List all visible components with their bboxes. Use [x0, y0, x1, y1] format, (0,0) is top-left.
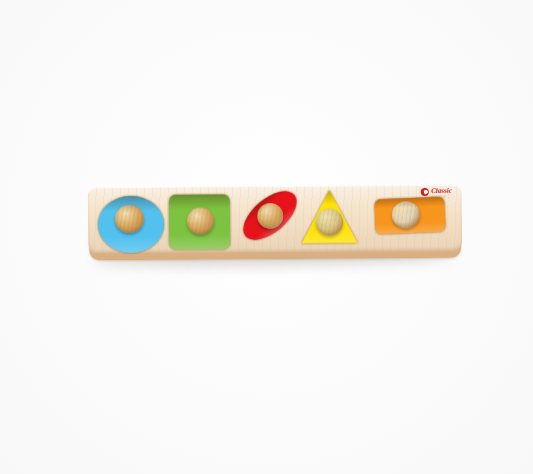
piece-triangle-yellow[interactable]	[301, 190, 357, 243]
knob-triangle-piece[interactable]	[316, 208, 343, 235]
piece-rectangle-orange[interactable]	[374, 196, 445, 234]
piece-circle-blue[interactable]	[97, 195, 163, 252]
knob-square-piece[interactable]	[186, 207, 213, 234]
knob-rectangle-piece[interactable]	[391, 200, 420, 228]
knob-oval-piece[interactable]	[257, 202, 283, 228]
slot-oval	[233, 186, 305, 253]
knob-circle-piece[interactable]	[115, 205, 144, 233]
hole-circle	[97, 191, 163, 248]
piece-oval-red[interactable]	[235, 182, 305, 249]
slot-circle	[88, 187, 173, 254]
puzzle-board: Classic world	[88, 185, 463, 261]
puzzle-slots-grid	[88, 185, 462, 254]
slot-rectangle	[360, 185, 462, 252]
hole-triangle	[304, 192, 360, 245]
slot-triangle	[305, 185, 360, 251]
hole-rectangle	[376, 200, 446, 235]
hole-oval	[237, 202, 301, 235]
board-surface: Classic world	[88, 185, 462, 254]
piece-square-green[interactable]	[168, 194, 229, 249]
slot-square	[173, 186, 233, 252]
hole-square	[172, 192, 233, 247]
product-photo-scene: Classic world	[0, 0, 533, 474]
